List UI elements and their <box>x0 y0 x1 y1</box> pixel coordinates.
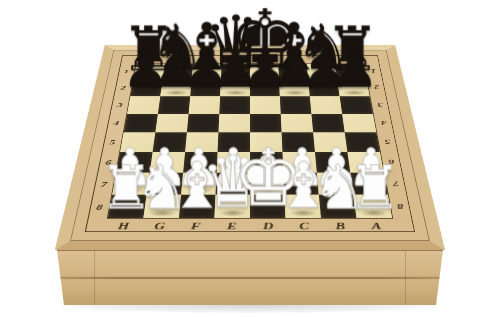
square-e4[interactable] <box>218 114 250 133</box>
square-f3[interactable] <box>189 96 221 114</box>
square-g4[interactable] <box>155 114 188 133</box>
scene: 12345678 12345678 HGFEDCBA ♜♞♝♛♚♝♞♜♟♟♟♟♟… <box>0 0 500 317</box>
box-corner-joint-left <box>94 251 96 305</box>
square-a2[interactable]: ♟ <box>337 80 369 97</box>
square-g3[interactable] <box>158 96 190 114</box>
coord-label-rank-right-2: 2 <box>367 79 386 96</box>
square-f4[interactable] <box>187 114 219 133</box>
square-a4[interactable] <box>342 114 376 133</box>
square-a8[interactable]: ♜ <box>353 195 392 218</box>
square-c3[interactable] <box>280 96 312 114</box>
box-corner-joint-right <box>405 251 407 305</box>
square-a3[interactable] <box>340 96 373 114</box>
square-b4[interactable] <box>311 114 344 133</box>
board-3d-plane: 12345678 12345678 HGFEDCBA ♜♞♝♛♚♝♞♜♟♟♟♟♟… <box>55 45 445 250</box>
square-c4[interactable] <box>281 114 313 133</box>
coord-label-rank-right-3: 3 <box>370 96 390 114</box>
board-top-face: 12345678 12345678 HGFEDCBA ♜♞♝♛♚♝♞♜♟♟♟♟♟… <box>55 45 445 250</box>
square-b3[interactable] <box>310 96 342 114</box>
square-d4[interactable] <box>250 114 282 133</box>
chess-grid: ♜♞♝♛♚♝♞♜♟♟♟♟♟♟♟♟♟♟♟♟♟♟♟♟♜♞♝♛♚♝♞♜ <box>107 63 393 218</box>
square-d3[interactable] <box>250 96 281 114</box>
coord-label-rank-right-1: 1 <box>364 63 383 79</box>
square-e3[interactable] <box>219 96 250 114</box>
box-front-face <box>57 250 443 305</box>
square-h4[interactable] <box>124 114 158 133</box>
box-lid-seam-line <box>57 277 443 279</box>
square-h3[interactable] <box>127 96 160 114</box>
